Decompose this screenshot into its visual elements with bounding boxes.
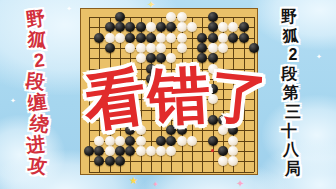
black-stone bbox=[125, 22, 135, 32]
title-char: 狐 bbox=[283, 26, 299, 45]
white-stone bbox=[146, 22, 156, 32]
white-stone bbox=[166, 33, 176, 43]
black-stone bbox=[115, 22, 125, 32]
black-stone bbox=[208, 12, 218, 22]
black-stone bbox=[94, 33, 104, 43]
black-stone bbox=[125, 146, 135, 156]
title-char: 2 bbox=[289, 45, 298, 64]
black-stone bbox=[197, 43, 207, 53]
white-stone bbox=[228, 22, 238, 32]
white-stone bbox=[228, 156, 238, 166]
white-stone bbox=[166, 146, 176, 156]
white-stone bbox=[115, 33, 125, 43]
white-stone bbox=[177, 33, 187, 43]
grid-line bbox=[89, 172, 254, 173]
white-stone bbox=[228, 146, 238, 156]
title-char: 三 bbox=[285, 102, 301, 121]
star-icon: ✦ bbox=[152, 180, 159, 189]
white-stone bbox=[125, 43, 135, 53]
caption-char: 了 bbox=[206, 57, 272, 141]
title-char: 段 bbox=[25, 70, 46, 93]
white-stone bbox=[218, 33, 228, 43]
black-stone bbox=[105, 156, 115, 166]
title-char: 进 bbox=[25, 133, 46, 156]
title-char: 局 bbox=[285, 159, 301, 178]
black-stone bbox=[228, 33, 238, 43]
white-stone bbox=[136, 146, 146, 156]
black-stone bbox=[105, 22, 115, 32]
black-stone bbox=[105, 43, 115, 53]
title-char: 缠 bbox=[27, 91, 48, 114]
black-stone bbox=[197, 33, 207, 43]
white-stone bbox=[208, 43, 218, 53]
title-char: 野 bbox=[281, 7, 297, 26]
star-icon: ★ bbox=[129, 176, 138, 186]
white-stone bbox=[166, 12, 176, 22]
title-char: 段 bbox=[281, 64, 297, 83]
white-stone bbox=[156, 33, 166, 43]
caption-char: 错 bbox=[146, 52, 212, 139]
title-char: 绕 bbox=[29, 112, 50, 135]
black-stone bbox=[218, 146, 228, 156]
title-char: 攻 bbox=[27, 154, 48, 177]
white-stone bbox=[156, 146, 166, 156]
black-stone bbox=[125, 33, 135, 43]
white-stone bbox=[218, 156, 228, 166]
white-stone bbox=[136, 43, 146, 53]
black-stone bbox=[84, 146, 94, 156]
black-stone bbox=[94, 156, 104, 166]
white-stone bbox=[177, 12, 187, 22]
caption-char: 看 bbox=[78, 54, 151, 146]
star-icon: ✦ bbox=[236, 179, 244, 189]
black-stone bbox=[249, 43, 259, 53]
title-char: 第 bbox=[283, 83, 299, 102]
black-stone bbox=[115, 156, 125, 166]
sparkle-icon: ✦ bbox=[316, 52, 322, 62]
black-stone bbox=[94, 146, 104, 156]
white-stone bbox=[105, 33, 115, 43]
black-stone bbox=[208, 136, 218, 146]
black-stone bbox=[136, 22, 146, 32]
white-stone bbox=[105, 146, 115, 156]
black-stone bbox=[156, 22, 166, 32]
white-stone bbox=[146, 43, 156, 53]
right-vertical-title: 野狐2段第三十八局 bbox=[283, 7, 299, 178]
title-char: 2 bbox=[33, 49, 46, 71]
black-stone bbox=[115, 12, 125, 22]
white-stone bbox=[187, 22, 197, 32]
white-stone bbox=[177, 22, 187, 32]
white-stone bbox=[218, 22, 228, 32]
black-stone bbox=[136, 33, 146, 43]
title-char: 野 bbox=[25, 7, 46, 30]
video-thumbnail[interactable]: ✦ ✦ ★ ✦ ✦ ✦ ✦ 野狐2段缠绕进攻 野狐2段第三十八局 看错了 bbox=[0, 0, 336, 189]
last-move-marker bbox=[211, 149, 214, 152]
title-char: 狐 bbox=[27, 28, 48, 51]
white-stone bbox=[218, 43, 228, 53]
black-stone bbox=[208, 22, 218, 32]
left-vertical-title: 野狐2段缠绕进攻 bbox=[28, 8, 47, 176]
black-stone bbox=[208, 33, 218, 43]
white-stone bbox=[146, 146, 156, 156]
title-char: 十 bbox=[281, 121, 297, 140]
black-stone bbox=[115, 146, 125, 156]
black-stone bbox=[239, 33, 249, 43]
black-stone bbox=[166, 22, 176, 32]
sparkle-icon: ✦ bbox=[10, 96, 16, 106]
white-stone bbox=[177, 43, 187, 53]
sparkle-icon: ✦ bbox=[66, 4, 72, 14]
black-stone bbox=[239, 22, 249, 32]
title-char: 八 bbox=[283, 140, 299, 159]
white-stone bbox=[156, 43, 166, 53]
black-stone bbox=[146, 33, 156, 43]
